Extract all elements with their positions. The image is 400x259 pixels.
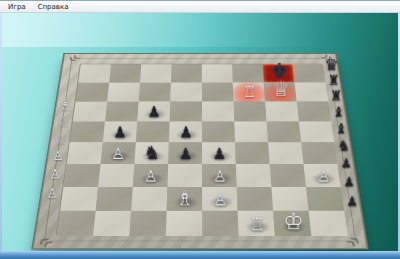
- square-e3[interactable]: ♙: [202, 164, 237, 187]
- square-f8[interactable]: [232, 64, 264, 82]
- square-d5[interactable]: ♟: [169, 121, 202, 142]
- board-frame: ❮❮ ❮❮ ❮❮ ❮❮ ♚♖♕♟♟♟♙♞♟♟♙♙♙♗♙♖♔ ♗♘♘♙♙♙ ♛♜♜…: [33, 54, 368, 249]
- square-a1[interactable]: [57, 211, 96, 236]
- square-b1[interactable]: [93, 211, 131, 236]
- captured-pawn-icon: ♟: [339, 195, 365, 208]
- square-d7[interactable]: [170, 83, 202, 102]
- menu-item-help[interactable]: Справка: [33, 2, 74, 12]
- square-c5[interactable]: [136, 121, 170, 142]
- square-e8[interactable]: [202, 64, 233, 82]
- square-a6[interactable]: [73, 102, 107, 122]
- square-b5[interactable]: ♟: [103, 121, 137, 142]
- square-f2[interactable]: [237, 187, 273, 211]
- white-queen-g7[interactable]: ♕: [262, 80, 300, 100]
- captured-rook-icon: ♜: [322, 73, 345, 86]
- square-d8[interactable]: [171, 64, 202, 82]
- captured-knight-icon: ♞: [332, 139, 356, 153]
- square-a3[interactable]: [64, 164, 101, 187]
- square-f5[interactable]: [234, 121, 268, 142]
- square-a7[interactable]: [76, 83, 110, 102]
- square-e2[interactable]: ♙: [202, 187, 238, 211]
- square-g4[interactable]: [268, 142, 303, 164]
- square-f3[interactable]: [236, 164, 272, 187]
- square-g7[interactable]: ♕: [264, 83, 297, 102]
- square-c7[interactable]: [139, 83, 171, 102]
- captured-bishop-icon: ♝: [329, 121, 353, 135]
- square-c6[interactable]: ♟: [137, 102, 170, 122]
- black-pawn-d5[interactable]: ♟: [166, 125, 206, 140]
- white-pawn-c3[interactable]: ♙: [129, 169, 171, 185]
- frame-chevron-icon: ❮❮: [346, 236, 362, 248]
- captured-pawn-icon: ♙: [39, 187, 65, 200]
- captured-pawn-icon: ♟: [337, 176, 362, 189]
- captured-queen-icon: ♛: [320, 57, 342, 73]
- square-e6[interactable]: [202, 102, 234, 122]
- captured-knight-icon: ♘: [48, 131, 72, 145]
- square-e1[interactable]: [202, 211, 238, 236]
- white-pawn-e3[interactable]: ♙: [198, 169, 240, 185]
- square-g6[interactable]: [265, 102, 299, 122]
- square-b2[interactable]: [96, 187, 133, 211]
- square-g3[interactable]: [270, 164, 306, 187]
- white-king-g1[interactable]: ♔: [271, 211, 315, 234]
- black-pawn-c6[interactable]: ♟: [134, 105, 173, 120]
- square-h2[interactable]: [306, 187, 344, 211]
- square-c4[interactable]: ♞: [134, 142, 169, 164]
- square-e5[interactable]: [202, 121, 235, 142]
- square-f7[interactable]: ♖: [233, 83, 265, 102]
- window-border-left: [0, 13, 2, 251]
- menu-bar: Игра Справка: [0, 2, 400, 13]
- game-area: ❮❮ ❮❮ ❮❮ ❮❮ ♚♖♕♟♟♟♙♞♟♟♙♙♙♗♙♖♔ ♗♘♘♙♙♙ ♛♜♜…: [2, 13, 398, 251]
- captured-pawn-icon: ♙: [43, 168, 68, 181]
- square-a8[interactable]: [78, 64, 111, 82]
- square-d4[interactable]: ♟: [168, 142, 202, 164]
- square-e4[interactable]: ♟: [202, 142, 236, 164]
- square-c8[interactable]: [140, 64, 172, 82]
- frame-chevron-icon: ❮❮: [37, 236, 53, 248]
- captured-bishop-icon: ♗: [54, 98, 77, 112]
- captured-knight-icon: ♘: [51, 115, 75, 129]
- square-e7[interactable]: [202, 83, 234, 102]
- square-d2[interactable]: ♗: [167, 187, 202, 211]
- square-d6[interactable]: [170, 102, 202, 122]
- square-f4[interactable]: [235, 142, 270, 164]
- captured-pawn-icon: ♙: [46, 150, 71, 162]
- captured-bishop-icon: ♝: [327, 105, 350, 119]
- square-c2[interactable]: [131, 187, 167, 211]
- square-g1[interactable]: ♔: [273, 211, 311, 236]
- square-g2[interactable]: [271, 187, 308, 211]
- square-d3[interactable]: [167, 164, 202, 187]
- chess-titans-window: Игра Справка ❮❮ ❮❮ ❮❮ ❮❮ ♚♖♕♟♟♟♙♞♟♟♙♙♙♗♙…: [0, 0, 400, 259]
- square-f6[interactable]: [234, 102, 267, 122]
- square-a2[interactable]: [60, 187, 98, 211]
- square-c1[interactable]: [129, 211, 166, 236]
- captured-rook-icon: ♜: [325, 89, 348, 102]
- window-border-bottom: [0, 251, 400, 259]
- square-b8[interactable]: [109, 64, 141, 82]
- square-g5[interactable]: [267, 121, 302, 142]
- frame-chevron-icon: ❮❮: [66, 55, 80, 63]
- square-c3[interactable]: ♙: [133, 164, 168, 187]
- captured-pawn-icon: ♟: [334, 157, 359, 169]
- chess-board: ♚♖♕♟♟♟♙♞♟♟♙♙♙♗♙♖♔: [56, 64, 347, 235]
- black-pawn-b5[interactable]: ♟: [100, 125, 140, 140]
- square-b7[interactable]: [107, 83, 140, 102]
- white-pawn-e2[interactable]: ♙: [198, 193, 241, 209]
- menu-item-game[interactable]: Игра: [3, 2, 31, 12]
- square-f1[interactable]: ♖: [238, 211, 275, 236]
- square-d1[interactable]: [166, 211, 202, 236]
- black-pawn-e4[interactable]: ♟: [198, 147, 239, 162]
